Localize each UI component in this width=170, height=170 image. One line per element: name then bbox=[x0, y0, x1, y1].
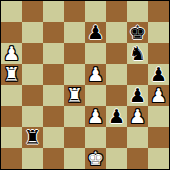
square-c7[interactable] bbox=[43, 22, 64, 43]
square-h8[interactable] bbox=[148, 1, 169, 22]
square-b2[interactable]: ♜ bbox=[22, 127, 43, 148]
piece-white-pawn[interactable]: ♟ bbox=[87, 64, 104, 85]
square-d2[interactable] bbox=[64, 127, 85, 148]
square-e3[interactable]: ♟ bbox=[85, 106, 106, 127]
square-h6[interactable] bbox=[148, 43, 169, 64]
piece-black-king[interactable]: ♚ bbox=[129, 22, 146, 43]
square-g7[interactable]: ♚ bbox=[127, 22, 148, 43]
piece-white-pawn[interactable]: ♟ bbox=[3, 43, 20, 64]
square-c1[interactable] bbox=[43, 148, 64, 169]
square-f7[interactable] bbox=[106, 22, 127, 43]
square-f6[interactable] bbox=[106, 43, 127, 64]
piece-black-pawn[interactable]: ♟ bbox=[129, 85, 146, 106]
square-d7[interactable] bbox=[64, 22, 85, 43]
square-b3[interactable] bbox=[22, 106, 43, 127]
square-c4[interactable] bbox=[43, 85, 64, 106]
piece-white-pawn[interactable]: ♟ bbox=[129, 106, 146, 127]
square-e8[interactable] bbox=[85, 1, 106, 22]
square-b5[interactable] bbox=[22, 64, 43, 85]
square-f1[interactable] bbox=[106, 148, 127, 169]
square-b6[interactable] bbox=[22, 43, 43, 64]
square-f2[interactable] bbox=[106, 127, 127, 148]
square-e2[interactable] bbox=[85, 127, 106, 148]
square-e5[interactable]: ♟ bbox=[85, 64, 106, 85]
square-b1[interactable] bbox=[22, 148, 43, 169]
square-c2[interactable] bbox=[43, 127, 64, 148]
square-d6[interactable] bbox=[64, 43, 85, 64]
square-a1[interactable] bbox=[1, 148, 22, 169]
square-h7[interactable] bbox=[148, 22, 169, 43]
piece-black-rook[interactable]: ♜ bbox=[24, 127, 41, 148]
piece-black-pawn[interactable]: ♟ bbox=[108, 106, 125, 127]
square-f5[interactable] bbox=[106, 64, 127, 85]
square-h1[interactable] bbox=[148, 148, 169, 169]
square-e1[interactable]: ♚ bbox=[85, 148, 106, 169]
piece-black-pawn[interactable]: ♟ bbox=[150, 64, 167, 85]
square-f4[interactable] bbox=[106, 85, 127, 106]
square-e6[interactable] bbox=[85, 43, 106, 64]
square-d1[interactable] bbox=[64, 148, 85, 169]
square-b7[interactable] bbox=[22, 22, 43, 43]
square-a7[interactable] bbox=[1, 22, 22, 43]
square-d4[interactable]: ♜ bbox=[64, 85, 85, 106]
square-a6[interactable]: ♟ bbox=[1, 43, 22, 64]
square-c6[interactable] bbox=[43, 43, 64, 64]
square-g1[interactable] bbox=[127, 148, 148, 169]
square-g2[interactable] bbox=[127, 127, 148, 148]
square-g4[interactable]: ♟ bbox=[127, 85, 148, 106]
square-c5[interactable] bbox=[43, 64, 64, 85]
square-f8[interactable] bbox=[106, 1, 127, 22]
square-h5[interactable]: ♟ bbox=[148, 64, 169, 85]
square-g5[interactable] bbox=[127, 64, 148, 85]
square-g3[interactable]: ♟ bbox=[127, 106, 148, 127]
piece-white-rook[interactable]: ♜ bbox=[66, 85, 83, 106]
square-h4[interactable]: ♟ bbox=[148, 85, 169, 106]
square-h3[interactable] bbox=[148, 106, 169, 127]
square-a3[interactable] bbox=[1, 106, 22, 127]
piece-black-knight[interactable]: ♞ bbox=[129, 43, 146, 64]
piece-white-pawn[interactable]: ♟ bbox=[150, 85, 167, 106]
square-d3[interactable] bbox=[64, 106, 85, 127]
square-a5[interactable]: ♜ bbox=[1, 64, 22, 85]
piece-white-king[interactable]: ♚ bbox=[87, 148, 104, 169]
square-d5[interactable] bbox=[64, 64, 85, 85]
square-h2[interactable] bbox=[148, 127, 169, 148]
square-d8[interactable] bbox=[64, 1, 85, 22]
square-c8[interactable] bbox=[43, 1, 64, 22]
square-e7[interactable]: ♟ bbox=[85, 22, 106, 43]
chess-diagram: ♟♚♟♞♜♟♟♜♟♟♟♟♟♜♚ bbox=[0, 0, 170, 170]
square-g6[interactable]: ♞ bbox=[127, 43, 148, 64]
square-b8[interactable] bbox=[22, 1, 43, 22]
piece-black-pawn[interactable]: ♟ bbox=[87, 22, 104, 43]
square-b4[interactable] bbox=[22, 85, 43, 106]
square-c3[interactable] bbox=[43, 106, 64, 127]
square-g8[interactable] bbox=[127, 1, 148, 22]
square-a2[interactable] bbox=[1, 127, 22, 148]
piece-white-rook[interactable]: ♜ bbox=[3, 64, 20, 85]
square-f3[interactable]: ♟ bbox=[106, 106, 127, 127]
square-a8[interactable] bbox=[1, 1, 22, 22]
chess-board: ♟♚♟♞♜♟♟♜♟♟♟♟♟♜♚ bbox=[0, 0, 170, 170]
square-a4[interactable] bbox=[1, 85, 22, 106]
piece-white-pawn[interactable]: ♟ bbox=[87, 106, 104, 127]
square-e4[interactable] bbox=[85, 85, 106, 106]
